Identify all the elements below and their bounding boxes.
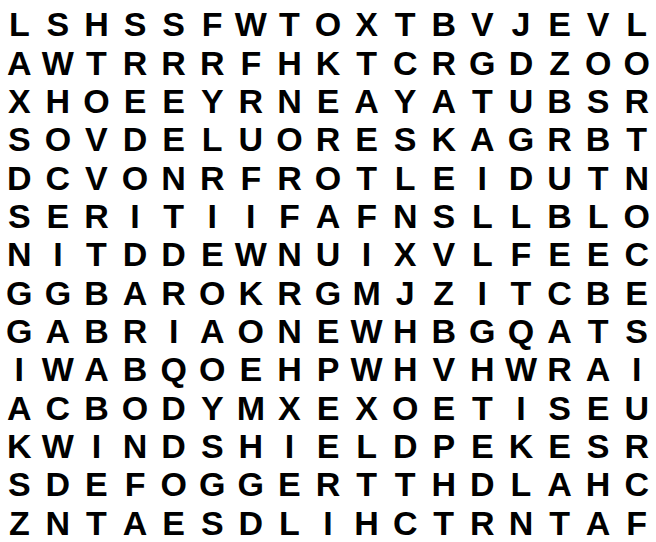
grid-cell[interactable]: B [579,274,618,312]
grid-cell[interactable]: T [386,465,425,503]
grid-cell[interactable]: S [424,197,463,235]
grid-cell[interactable]: H [39,82,78,120]
grid-cell[interactable]: S [193,427,232,465]
grid-cell[interactable]: B [579,120,618,158]
grid-cell[interactable]: T [347,43,386,81]
grid-cell[interactable]: L [347,427,386,465]
grid-cell[interactable]: C [617,465,656,503]
grid-cell[interactable]: B [77,312,116,350]
grid-cell[interactable]: L [270,504,309,542]
grid-cell[interactable]: S [386,120,425,158]
grid-cell[interactable]: A [309,197,348,235]
grid-cell[interactable]: I [309,504,348,542]
grid-cell[interactable]: L [502,197,541,235]
grid-cell[interactable]: R [270,158,309,196]
grid-cell[interactable]: R [540,350,579,388]
grid-cell[interactable]: N [270,312,309,350]
grid-cell[interactable]: R [232,82,271,120]
grid-cell[interactable]: O [116,158,155,196]
grid-cell[interactable]: J [386,274,425,312]
grid-cell[interactable]: V [463,5,502,43]
grid-cell[interactable]: X [347,389,386,427]
grid-cell[interactable]: N [116,427,155,465]
grid-cell[interactable]: O [193,274,232,312]
grid-cell[interactable]: O [309,5,348,43]
grid-cell[interactable]: R [193,158,232,196]
grid-cell[interactable]: F [502,235,541,273]
grid-cell[interactable]: A [540,312,579,350]
grid-cell[interactable]: E [154,120,193,158]
grid-cell[interactable]: Z [540,43,579,81]
grid-cell[interactable]: L [463,197,502,235]
grid-cell[interactable]: M [232,389,271,427]
grid-cell[interactable]: R [154,274,193,312]
grid-cell[interactable]: A [579,350,618,388]
grid-cell[interactable]: I [154,312,193,350]
grid-cell[interactable]: N [502,504,541,542]
grid-cell[interactable]: E [540,427,579,465]
grid-cell[interactable]: E [309,389,348,427]
grid-cell[interactable]: G [0,312,39,350]
grid-cell[interactable]: R [116,43,155,81]
grid-cell[interactable]: L [579,197,618,235]
grid-cell[interactable]: O [77,82,116,120]
grid-cell[interactable]: Z [0,504,39,542]
grid-cell[interactable]: B [77,389,116,427]
grid-cell[interactable]: O [617,43,656,81]
grid-cell[interactable]: S [579,427,618,465]
grid-cell[interactable]: K [0,427,39,465]
grid-cell[interactable]: H [386,312,425,350]
grid-cell[interactable]: T [463,389,502,427]
grid-cell[interactable]: I [463,274,502,312]
grid-cell[interactable]: E [309,82,348,120]
grid-cell[interactable]: K [232,274,271,312]
grid-cell[interactable]: E [463,427,502,465]
grid-cell[interactable]: T [270,5,309,43]
grid-cell[interactable]: D [116,120,155,158]
grid-cell[interactable]: E [617,274,656,312]
grid-cell[interactable]: T [347,465,386,503]
grid-cell[interactable]: I [39,235,78,273]
grid-cell[interactable]: D [116,235,155,273]
grid-cell[interactable]: I [116,197,155,235]
grid-cell[interactable]: G [0,274,39,312]
grid-cell[interactable]: R [154,43,193,81]
grid-cell[interactable]: O [579,43,618,81]
grid-cell[interactable]: I [232,197,271,235]
grid-cell[interactable]: S [540,389,579,427]
grid-cell[interactable]: N [0,235,39,273]
grid-cell[interactable]: E [309,427,348,465]
grid-cell[interactable]: R [116,312,155,350]
grid-cell[interactable]: W [39,43,78,81]
grid-cell[interactable]: I [270,427,309,465]
grid-cell[interactable]: P [309,350,348,388]
grid-cell[interactable]: I [0,350,39,388]
grid-cell[interactable]: H [232,427,271,465]
grid-cell[interactable]: A [0,389,39,427]
grid-cell[interactable]: O [193,350,232,388]
grid-cell[interactable]: E [540,235,579,273]
grid-cell[interactable]: T [579,312,618,350]
grid-cell[interactable]: U [617,389,656,427]
grid-cell[interactable]: Y [193,389,232,427]
grid-cell[interactable]: F [617,504,656,542]
grid-cell[interactable]: X [386,235,425,273]
grid-cell[interactable]: T [617,120,656,158]
grid-cell[interactable]: R [77,197,116,235]
grid-cell[interactable]: U [540,158,579,196]
grid-cell[interactable]: O [116,389,155,427]
grid-cell[interactable]: O [232,312,271,350]
grid-cell[interactable]: D [502,43,541,81]
grid-cell[interactable]: K [502,427,541,465]
word-search-grid: LSHSSFWTOXTBVJEVLAWTRRRFHKTCRGDZOOXHOEEY… [0,0,656,542]
grid-cell[interactable]: E [347,120,386,158]
grid-cell[interactable]: E [77,465,116,503]
grid-cell[interactable]: G [232,465,271,503]
grid-cell[interactable]: O [39,120,78,158]
grid-cell[interactable]: E [270,465,309,503]
grid-cell[interactable]: S [0,120,39,158]
grid-cell[interactable]: N [39,504,78,542]
grid-cell[interactable]: U [502,82,541,120]
grid-cell[interactable]: D [154,389,193,427]
grid-cell[interactable]: Q [502,312,541,350]
grid-cell[interactable]: R [617,82,656,120]
grid-cell[interactable]: S [193,504,232,542]
grid-cell[interactable]: S [39,5,78,43]
grid-cell[interactable]: V [77,120,116,158]
grid-cell[interactable]: G [463,43,502,81]
grid-cell[interactable]: H [579,465,618,503]
grid-cell[interactable]: F [193,5,232,43]
grid-cell[interactable]: R [463,504,502,542]
grid-cell[interactable]: R [193,43,232,81]
grid-cell[interactable]: D [502,158,541,196]
grid-cell[interactable]: G [309,274,348,312]
grid-cell[interactable]: A [347,82,386,120]
grid-cell[interactable]: G [502,120,541,158]
grid-cell[interactable]: O [617,197,656,235]
grid-cell[interactable]: T [77,43,116,81]
grid-cell[interactable]: D [154,235,193,273]
grid-cell[interactable]: W [39,350,78,388]
grid-cell[interactable]: D [463,465,502,503]
grid-cell[interactable]: C [386,43,425,81]
grid-cell[interactable]: F [116,465,155,503]
grid-cell[interactable]: A [193,312,232,350]
grid-cell[interactable]: N [617,158,656,196]
grid-cell[interactable]: H [270,350,309,388]
grid-cell[interactable]: I [77,427,116,465]
grid-cell[interactable]: R [424,43,463,81]
grid-cell[interactable]: U [232,120,271,158]
grid-cell[interactable]: T [386,5,425,43]
grid-cell[interactable]: E [193,235,232,273]
grid-cell[interactable]: L [0,5,39,43]
grid-cell[interactable]: F [232,43,271,81]
grid-cell[interactable]: I [193,197,232,235]
grid-cell[interactable]: T [77,235,116,273]
grid-cell[interactable]: T [77,504,116,542]
grid-cell[interactable]: C [386,504,425,542]
grid-cell[interactable]: A [77,350,116,388]
grid-cell[interactable]: K [424,120,463,158]
grid-cell[interactable]: H [424,465,463,503]
grid-cell[interactable]: D [232,504,271,542]
grid-cell[interactable]: S [0,465,39,503]
grid-cell[interactable]: L [193,120,232,158]
grid-cell[interactable]: D [386,427,425,465]
grid-cell[interactable]: H [386,350,425,388]
grid-cell[interactable]: T [154,197,193,235]
grid-cell[interactable]: U [309,235,348,273]
grid-cell[interactable]: S [154,5,193,43]
grid-cell[interactable]: S [617,312,656,350]
grid-cell[interactable]: S [0,197,39,235]
grid-cell[interactable]: S [116,5,155,43]
grid-cell[interactable]: E [424,158,463,196]
grid-cell[interactable]: R [309,465,348,503]
grid-cell[interactable]: N [386,197,425,235]
grid-cell[interactable]: G [463,312,502,350]
grid-cell[interactable]: X [0,82,39,120]
grid-cell[interactable]: V [424,235,463,273]
grid-cell[interactable]: I [617,350,656,388]
grid-cell[interactable]: B [540,82,579,120]
grid-cell[interactable]: L [386,158,425,196]
grid-cell[interactable]: E [39,197,78,235]
grid-cell[interactable]: G [193,465,232,503]
grid-cell[interactable]: A [116,274,155,312]
grid-cell[interactable]: H [270,43,309,81]
grid-cell[interactable]: O [154,465,193,503]
grid-cell[interactable]: H [463,350,502,388]
grid-cell[interactable]: Y [386,82,425,120]
grid-cell[interactable]: F [232,158,271,196]
grid-cell[interactable]: R [309,120,348,158]
grid-cell[interactable]: X [270,389,309,427]
grid-cell[interactable]: S [579,82,618,120]
grid-cell[interactable]: E [424,389,463,427]
grid-cell[interactable]: J [502,5,541,43]
grid-cell[interactable]: X [347,5,386,43]
grid-cell[interactable]: E [154,82,193,120]
grid-cell[interactable]: L [502,465,541,503]
grid-cell[interactable]: E [540,5,579,43]
grid-cell[interactable]: W [347,350,386,388]
grid-cell[interactable]: R [540,120,579,158]
grid-cell[interactable]: W [347,312,386,350]
grid-cell[interactable]: C [39,158,78,196]
grid-cell[interactable]: I [502,389,541,427]
grid-cell[interactable]: Y [193,82,232,120]
grid-cell[interactable]: C [39,389,78,427]
grid-cell[interactable]: H [77,5,116,43]
grid-cell[interactable]: Z [424,274,463,312]
grid-cell[interactable]: V [424,350,463,388]
grid-cell[interactable]: L [617,5,656,43]
grid-cell[interactable]: O [386,389,425,427]
grid-cell[interactable]: E [579,235,618,273]
grid-cell[interactable]: I [463,158,502,196]
grid-cell[interactable]: A [463,120,502,158]
grid-cell[interactable]: B [116,350,155,388]
grid-cell[interactable]: A [0,43,39,81]
grid-cell[interactable]: K [309,43,348,81]
grid-cell[interactable]: N [270,235,309,273]
grid-cell[interactable]: W [39,427,78,465]
grid-cell[interactable]: R [270,274,309,312]
grid-cell[interactable]: B [424,5,463,43]
grid-cell[interactable]: W [232,5,271,43]
grid-cell[interactable]: N [154,158,193,196]
grid-cell[interactable]: O [270,120,309,158]
grid-cell[interactable]: D [39,465,78,503]
grid-cell[interactable]: A [116,504,155,542]
grid-cell[interactable]: T [579,158,618,196]
grid-cell[interactable]: E [116,82,155,120]
grid-cell[interactable]: F [347,197,386,235]
grid-cell[interactable]: L [463,235,502,273]
grid-cell[interactable]: E [579,389,618,427]
grid-cell[interactable]: T [540,504,579,542]
grid-cell[interactable]: W [232,235,271,273]
grid-cell[interactable]: T [502,274,541,312]
grid-cell[interactable]: A [579,504,618,542]
grid-cell[interactable]: T [424,504,463,542]
grid-cell[interactable]: I [347,235,386,273]
grid-cell[interactable]: R [617,427,656,465]
grid-cell[interactable]: E [232,350,271,388]
grid-cell[interactable]: T [347,158,386,196]
grid-cell[interactable]: E [309,312,348,350]
grid-cell[interactable]: B [77,274,116,312]
grid-cell[interactable]: P [424,427,463,465]
grid-cell[interactable]: Q [154,350,193,388]
grid-cell[interactable]: A [540,465,579,503]
grid-cell[interactable]: V [579,5,618,43]
grid-cell[interactable]: H [347,504,386,542]
grid-cell[interactable]: O [309,158,348,196]
grid-cell[interactable]: C [617,235,656,273]
grid-cell[interactable]: V [77,158,116,196]
grid-cell[interactable]: W [502,350,541,388]
grid-cell[interactable]: D [0,158,39,196]
grid-cell[interactable]: B [540,197,579,235]
grid-cell[interactable]: A [424,82,463,120]
grid-cell[interactable]: N [270,82,309,120]
grid-cell[interactable]: M [347,274,386,312]
grid-cell[interactable]: C [540,274,579,312]
grid-cell[interactable]: A [39,312,78,350]
grid-cell[interactable]: F [270,197,309,235]
grid-cell[interactable]: B [424,312,463,350]
grid-cell[interactable]: T [463,82,502,120]
grid-cell[interactable]: G [39,274,78,312]
grid-cell[interactable]: D [154,427,193,465]
grid-cell[interactable]: E [154,504,193,542]
